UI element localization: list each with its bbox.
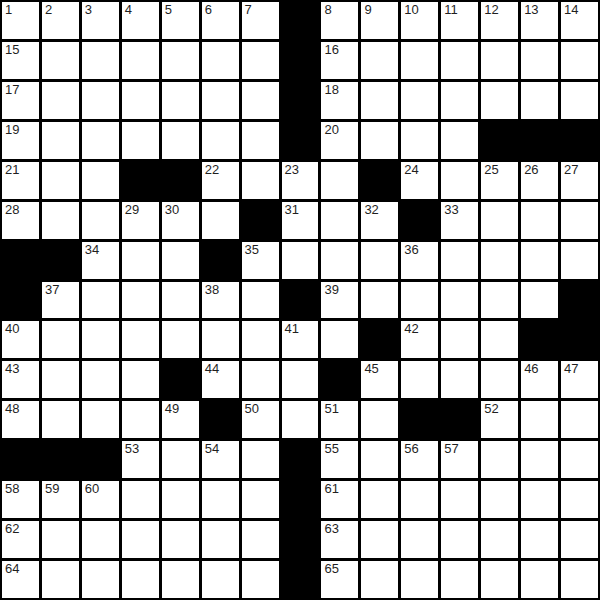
crossword-cell[interactable] [321,242,358,279]
crossword-cell[interactable] [242,561,279,598]
block-cell [242,202,279,239]
crossword-cell[interactable]: 2 [42,2,79,39]
crossword-cell[interactable] [202,321,239,358]
crossword-cell[interactable] [521,521,558,558]
crossword-cell[interactable] [82,82,119,119]
clue-number: 9 [364,3,371,17]
clue-number: 63 [324,522,338,536]
crossword-cell[interactable] [202,82,239,119]
crossword-cell[interactable] [82,42,119,79]
crossword-cell[interactable] [42,122,79,159]
crossword-cell[interactable] [202,202,239,239]
clue-number: 25 [484,163,498,177]
crossword-cell[interactable]: 38 [202,282,239,319]
clue-number: 11 [444,3,458,17]
clue-number: 15 [5,43,19,57]
crossword-cell[interactable] [361,42,398,79]
crossword-cell[interactable]: 60 [82,481,119,518]
crossword-cell[interactable] [122,361,159,398]
crossword-cell[interactable] [122,82,159,119]
crossword-cell[interactable] [561,441,598,478]
clue-number: 26 [524,163,538,177]
crossword-cell[interactable]: 34 [82,242,119,279]
crossword-cell[interactable] [242,122,279,159]
crossword-cell[interactable] [481,82,518,119]
crossword-cell[interactable]: 11 [441,2,478,39]
clue-number: 24 [404,163,418,177]
clue-number: 62 [5,522,19,536]
crossword-cell[interactable] [361,481,398,518]
clue-number: 44 [205,362,219,376]
clue-number: 8 [324,3,331,17]
crossword-cell[interactable] [122,481,159,518]
crossword-cell[interactable] [162,321,199,358]
crossword-cell[interactable] [401,561,438,598]
block-cell [321,361,358,398]
block-cell [561,282,598,319]
crossword-cell[interactable] [441,282,478,319]
crossword-cell[interactable] [122,282,159,319]
crossword-cell[interactable] [481,282,518,319]
crossword-cell[interactable] [202,561,239,598]
crossword-cell[interactable] [122,521,159,558]
block-cell [282,521,319,558]
crossword-cell[interactable] [441,521,478,558]
crossword-cell[interactable]: 17 [2,82,39,119]
clue-number: 16 [324,43,338,57]
clue-number: 1 [5,3,12,17]
clue-number: 35 [245,243,259,257]
clue-number: 52 [484,402,498,416]
crossword-cell[interactable] [561,561,598,598]
crossword-cell[interactable] [42,202,79,239]
crossword-cell[interactable] [361,561,398,598]
crossword-cell[interactable] [242,162,279,199]
crossword-cell[interactable]: 54 [202,441,239,478]
crossword-cell[interactable] [282,401,319,438]
crossword-cell[interactable] [42,162,79,199]
crossword-cell[interactable] [521,82,558,119]
crossword-cell[interactable] [122,401,159,438]
crossword-cell[interactable] [42,401,79,438]
crossword-cell[interactable] [282,242,319,279]
clue-number: 2 [45,3,52,17]
crossword-cell[interactable]: 63 [321,521,358,558]
crossword-cell[interactable]: 61 [321,481,358,518]
clue-number: 54 [205,442,219,456]
block-cell [2,441,39,478]
clue-number: 10 [404,3,418,17]
crossword-cell[interactable]: 42 [401,321,438,358]
crossword-cell[interactable] [401,42,438,79]
clue-number: 38 [205,283,219,297]
crossword-cell[interactable] [122,42,159,79]
crossword-cell[interactable] [242,282,279,319]
crossword-cell[interactable] [441,321,478,358]
crossword-cell[interactable] [162,122,199,159]
crossword-cell[interactable]: 31 [282,202,319,239]
crossword-cell[interactable]: 27 [561,162,598,199]
crossword-cell[interactable]: 12 [481,2,518,39]
clue-number: 4 [125,3,132,17]
crossword-cell[interactable] [82,521,119,558]
crossword-cell[interactable]: 33 [441,202,478,239]
clue-number: 23 [285,163,299,177]
clue-number: 41 [285,322,299,336]
crossword-cell[interactable] [441,242,478,279]
clue-number: 7 [245,3,252,17]
block-cell [282,2,319,39]
clue-number: 47 [564,362,578,376]
crossword-cell[interactable]: 64 [2,561,39,598]
crossword-cell[interactable] [401,481,438,518]
clue-number: 22 [205,163,219,177]
crossword-cell[interactable] [162,282,199,319]
clue-number: 30 [165,203,179,217]
crossword-cell[interactable] [481,202,518,239]
crossword-cell[interactable] [202,122,239,159]
crossword-cell[interactable] [82,162,119,199]
crossword-cell[interactable] [42,561,79,598]
crossword-cell[interactable] [561,521,598,558]
crossword-cell[interactable]: 32 [361,202,398,239]
crossword-cell[interactable] [481,321,518,358]
crossword-cell[interactable] [561,202,598,239]
block-cell [282,82,319,119]
clue-number: 64 [5,562,19,576]
crossword-cell[interactable]: 1 [2,2,39,39]
block-cell [42,441,79,478]
crossword-cell[interactable] [561,82,598,119]
crossword-cell[interactable]: 51 [321,401,358,438]
crossword-cell[interactable] [361,401,398,438]
crossword-cell[interactable]: 41 [282,321,319,358]
crossword-cell[interactable] [162,561,199,598]
clue-number: 34 [85,243,99,257]
crossword-board: 1234567891011121314151617181920212223242… [0,0,600,600]
clue-number: 5 [165,3,172,17]
crossword-cell[interactable]: 28 [2,202,39,239]
crossword-cell[interactable] [242,321,279,358]
crossword-cell[interactable] [162,42,199,79]
crossword-cell[interactable] [401,122,438,159]
crossword-cell[interactable] [282,361,319,398]
clue-number: 58 [5,482,19,496]
crossword-cell[interactable] [441,162,478,199]
crossword-cell[interactable]: 20 [321,122,358,159]
crossword-cell[interactable] [401,282,438,319]
crossword-cell[interactable] [481,521,518,558]
crossword-cell[interactable] [82,401,119,438]
crossword-cell[interactable]: 5 [162,2,199,39]
crossword-cell[interactable] [521,282,558,319]
crossword-cell[interactable]: 53 [122,441,159,478]
clue-number: 36 [404,243,418,257]
crossword-cell[interactable] [521,561,558,598]
crossword-cell[interactable] [481,42,518,79]
block-cell [282,441,319,478]
crossword-cell[interactable]: 18 [321,82,358,119]
crossword-cell[interactable] [441,82,478,119]
block-cell [42,242,79,279]
crossword-cell[interactable]: 35 [242,242,279,279]
crossword-cell[interactable] [82,561,119,598]
crossword-cell[interactable]: 44 [202,361,239,398]
crossword-cell[interactable] [481,242,518,279]
block-cell [82,441,119,478]
block-cell [361,162,398,199]
crossword-cell[interactable] [42,521,79,558]
clue-number: 53 [125,442,139,456]
crossword-cell[interactable] [441,122,478,159]
crossword-cell[interactable] [122,242,159,279]
clue-number: 29 [125,203,139,217]
clue-number: 61 [324,482,338,496]
crossword-cell[interactable] [521,441,558,478]
crossword-cell[interactable]: 50 [242,401,279,438]
crossword-cell[interactable] [441,561,478,598]
crossword-cell[interactable] [42,42,79,79]
crossword-cell[interactable] [441,361,478,398]
crossword-cell[interactable]: 19 [2,122,39,159]
clue-number: 46 [524,362,538,376]
crossword-cell[interactable]: 40 [2,321,39,358]
clue-number: 28 [5,203,19,217]
block-cell [561,122,598,159]
block-cell [2,242,39,279]
crossword-cell[interactable] [481,561,518,598]
clue-number: 3 [85,3,92,17]
crossword-cell[interactable] [361,441,398,478]
crossword-cell[interactable] [242,441,279,478]
clue-number: 18 [324,83,338,97]
clue-number: 43 [5,362,19,376]
crossword-cell[interactable] [521,42,558,79]
crossword-cell[interactable] [162,521,199,558]
crossword-cell[interactable] [162,82,199,119]
crossword-cell[interactable]: 9 [361,2,398,39]
clue-number: 60 [85,482,99,496]
block-cell [361,321,398,358]
block-cell [162,162,199,199]
crossword-cell[interactable]: 3 [82,2,119,39]
crossword-cell[interactable] [321,162,358,199]
crossword-cell[interactable] [521,481,558,518]
block-cell [481,122,518,159]
block-cell [441,401,478,438]
clue-number: 56 [404,442,418,456]
crossword-cell[interactable]: 30 [162,202,199,239]
block-cell [521,122,558,159]
crossword-cell[interactable]: 58 [2,481,39,518]
crossword-cell[interactable]: 14 [561,2,598,39]
crossword-cell[interactable] [561,42,598,79]
crossword-cell[interactable]: 16 [321,42,358,79]
crossword-cell[interactable]: 62 [2,521,39,558]
crossword-cell[interactable]: 15 [2,42,39,79]
crossword-cell[interactable] [321,202,358,239]
crossword-cell[interactable]: 45 [361,361,398,398]
block-cell [202,242,239,279]
crossword-cell[interactable] [361,242,398,279]
crossword-cell[interactable]: 39 [321,282,358,319]
clue-number: 33 [444,203,458,217]
crossword-cell[interactable] [521,202,558,239]
crossword-cell[interactable]: 55 [321,441,358,478]
clue-number: 37 [45,283,59,297]
clue-number: 55 [324,442,338,456]
crossword-cell[interactable]: 37 [42,282,79,319]
block-cell [401,401,438,438]
crossword-cell[interactable] [42,321,79,358]
crossword-cell[interactable]: 21 [2,162,39,199]
crossword-cell[interactable] [561,481,598,518]
crossword-cell[interactable]: 56 [401,441,438,478]
clue-number: 13 [524,3,538,17]
crossword-cell[interactable]: 13 [521,2,558,39]
clue-number: 45 [364,362,378,376]
crossword-cell[interactable] [401,82,438,119]
crossword-cell[interactable] [481,481,518,518]
crossword-cell[interactable] [401,361,438,398]
clue-number: 51 [324,402,338,416]
crossword-cell[interactable]: 65 [321,561,358,598]
crossword-cell[interactable] [561,242,598,279]
crossword-cell[interactable] [321,321,358,358]
clue-number: 50 [245,402,259,416]
clue-number: 49 [165,402,179,416]
crossword-cell[interactable] [481,361,518,398]
block-cell [401,202,438,239]
crossword-cell[interactable]: 24 [401,162,438,199]
crossword-cell[interactable] [361,521,398,558]
crossword-cell[interactable] [242,82,279,119]
crossword-cell[interactable]: 22 [202,162,239,199]
clue-number: 40 [5,322,19,336]
crossword-cell[interactable] [242,361,279,398]
crossword-cell[interactable]: 6 [202,2,239,39]
block-cell [282,122,319,159]
crossword-cell[interactable]: 10 [401,2,438,39]
block-cell [282,561,319,598]
block-cell [202,401,239,438]
crossword-cell[interactable] [242,521,279,558]
block-cell [162,361,199,398]
crossword-cell[interactable] [162,242,199,279]
crossword-cell[interactable] [242,481,279,518]
crossword-cell[interactable]: 59 [42,481,79,518]
crossword-cell[interactable] [122,321,159,358]
crossword-cell[interactable] [521,242,558,279]
crossword-cell[interactable] [42,82,79,119]
crossword-cell[interactable] [561,401,598,438]
clue-number: 20 [324,123,338,137]
crossword-cell[interactable] [202,521,239,558]
clue-number: 14 [564,3,578,17]
block-cell [122,162,159,199]
crossword-cell[interactable] [82,282,119,319]
crossword-cell[interactable]: 4 [122,2,159,39]
crossword-cell[interactable] [361,82,398,119]
clue-number: 31 [285,203,299,217]
clue-number: 21 [5,163,19,177]
clue-number: 57 [444,442,458,456]
clue-number: 42 [404,322,418,336]
crossword-cell[interactable] [401,521,438,558]
crossword-cell[interactable]: 8 [321,2,358,39]
crossword-cell[interactable]: 26 [521,162,558,199]
crossword-cell[interactable]: 29 [122,202,159,239]
crossword-cell[interactable]: 57 [441,441,478,478]
crossword-cell[interactable]: 7 [242,2,279,39]
crossword-cell[interactable]: 36 [401,242,438,279]
clue-number: 48 [5,402,19,416]
crossword-cell[interactable] [82,122,119,159]
clue-number: 6 [205,3,212,17]
crossword-cell[interactable] [82,321,119,358]
crossword-cell[interactable] [441,481,478,518]
crossword-cell[interactable] [361,122,398,159]
crossword-cell[interactable]: 49 [162,401,199,438]
block-cell [282,282,319,319]
crossword-cell[interactable] [162,441,199,478]
crossword-cell[interactable]: 46 [521,361,558,398]
clue-number: 12 [484,3,498,17]
crossword-cell[interactable]: 48 [2,401,39,438]
block-cell [282,481,319,518]
crossword-cell[interactable] [202,481,239,518]
clue-number: 59 [45,482,59,496]
block-cell [2,282,39,319]
clue-number: 27 [564,163,578,177]
clue-number: 17 [5,83,19,97]
clue-number: 65 [324,562,338,576]
crossword-cell[interactable] [441,42,478,79]
clue-number: 19 [5,123,19,137]
clue-number: 32 [364,203,378,217]
crossword-cell[interactable] [122,122,159,159]
crossword-cell[interactable] [521,401,558,438]
crossword-cell[interactable]: 47 [561,361,598,398]
block-cell [521,321,558,358]
crossword-cell[interactable] [481,441,518,478]
crossword-cell[interactable] [122,561,159,598]
crossword-cell[interactable]: 43 [2,361,39,398]
crossword-cell[interactable] [162,481,199,518]
block-cell [282,42,319,79]
clue-number: 39 [324,283,338,297]
crossword-cell[interactable] [361,282,398,319]
crossword-cell[interactable]: 52 [481,401,518,438]
crossword-cell[interactable] [242,42,279,79]
crossword-cell[interactable]: 23 [282,162,319,199]
crossword-cell[interactable] [82,361,119,398]
crossword-cell[interactable] [42,361,79,398]
crossword-cell[interactable] [202,42,239,79]
block-cell [561,321,598,358]
crossword-cell[interactable]: 25 [481,162,518,199]
crossword-cell[interactable] [82,202,119,239]
